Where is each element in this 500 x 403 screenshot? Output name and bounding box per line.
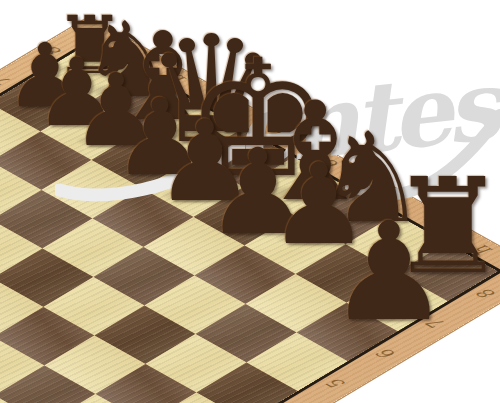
product-photo-scene: aabbccddeeffgghh1122334455667788 entes ♜… bbox=[0, 0, 500, 403]
piece-black-pawn-h7: ♟ bbox=[328, 204, 450, 340]
rank-label-right-5: 5 bbox=[323, 376, 350, 392]
